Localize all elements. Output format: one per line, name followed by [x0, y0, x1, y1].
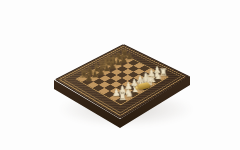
- piece-anchor: ♜: [119, 100, 125, 104]
- chess-board: ♜♞♝♛♚♝♞♜♟♟♟♟♟♟♟♟♟♟♟♟♟♟♟♟♜♞♝♛♚♝♞♜: [55, 44, 191, 119]
- product-photo: ♜♞♝♛♚♝♞♜♟♟♟♟♟♟♟♟♟♟♟♟♟♟♟♟♜♞♝♛♚♝♞♜: [0, 0, 240, 150]
- piece-white-rook: ♜: [118, 91, 127, 102]
- piece-black-pawn: ♟: [85, 73, 94, 82]
- scene: ♜♞♝♛♚♝♞♜♟♟♟♟♟♟♟♟♟♟♟♟♟♟♟♟♜♞♝♛♚♝♞♜: [72, 28, 173, 129]
